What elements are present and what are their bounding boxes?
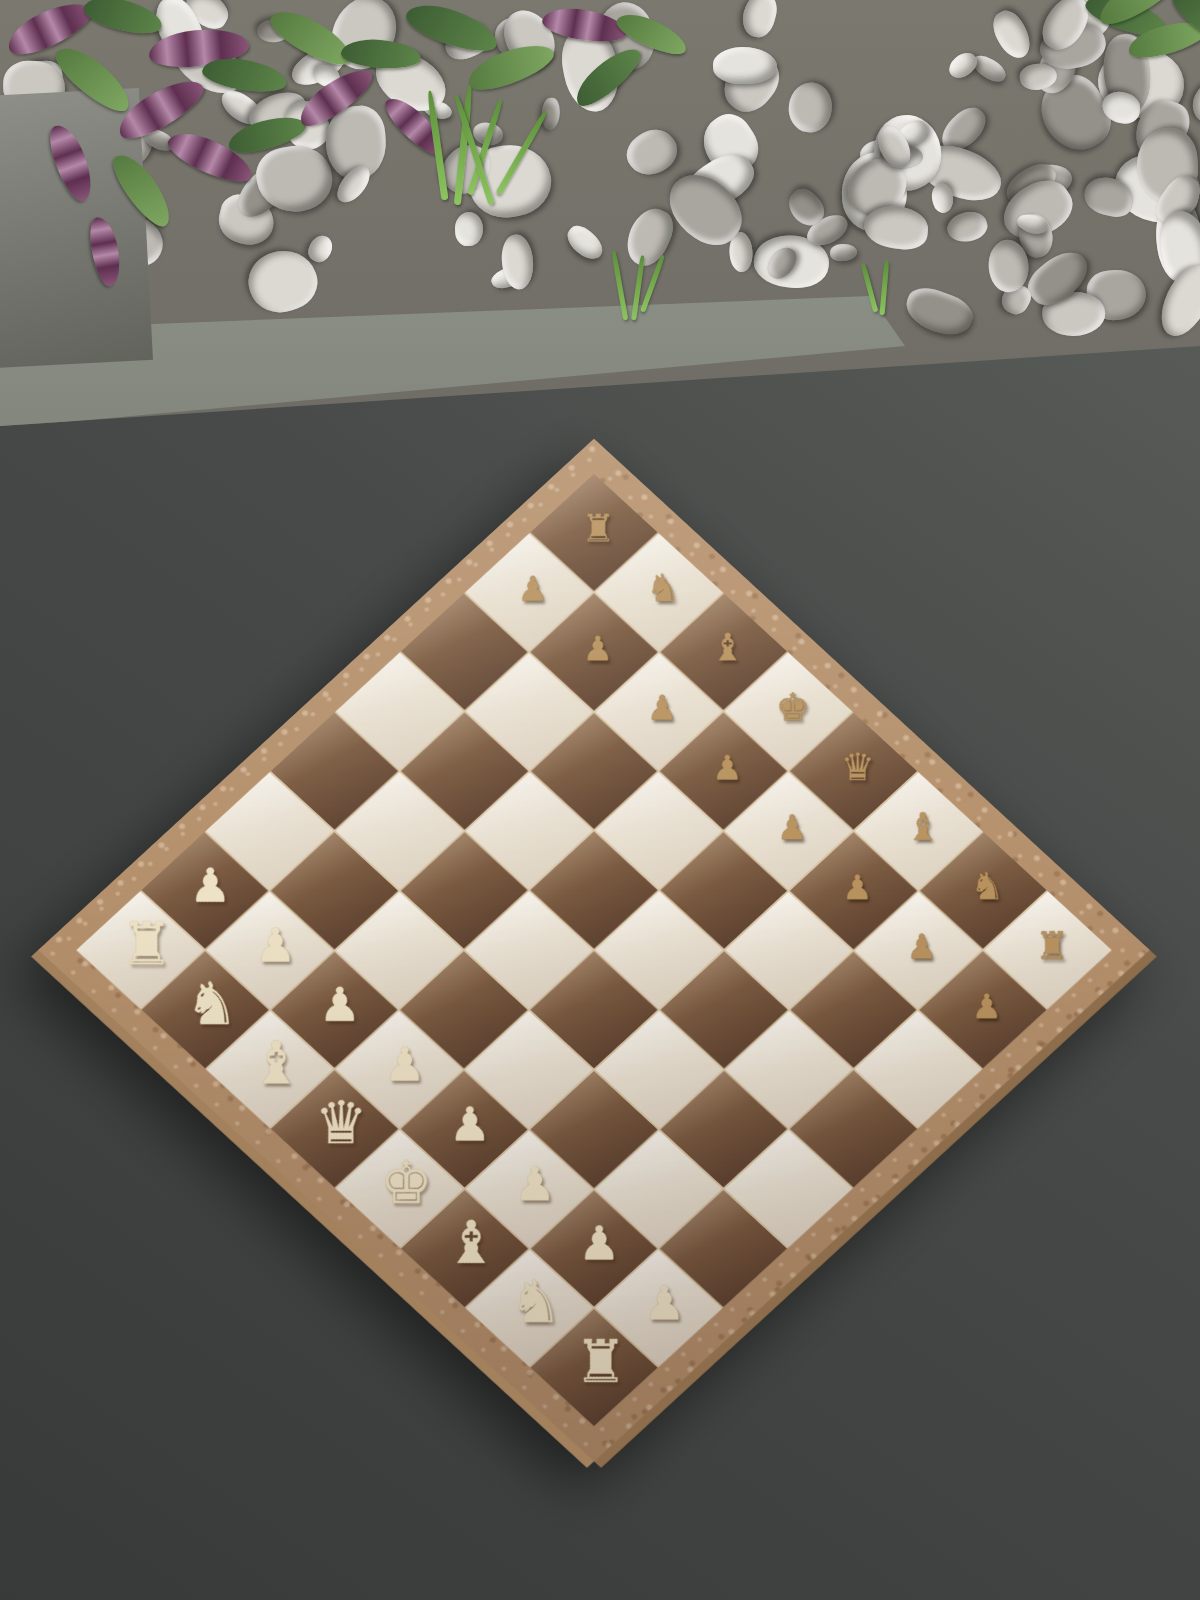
white-queen-d1[interactable]: ♛ bbox=[315, 1093, 368, 1152]
black-pawn-d7[interactable]: ♟ bbox=[712, 750, 742, 784]
white-pawn-h2[interactable]: ♟ bbox=[643, 1280, 685, 1327]
black-bishop-c8[interactable]: ♝ bbox=[711, 629, 745, 667]
black-queen-e8[interactable]: ♛ bbox=[841, 748, 875, 786]
white-pawn-g2[interactable]: ♟ bbox=[578, 1220, 620, 1267]
white-knight-b1[interactable]: ♞ bbox=[185, 974, 238, 1033]
black-knight-g8[interactable]: ♞ bbox=[971, 867, 1005, 905]
pebble bbox=[945, 48, 981, 83]
white-pawn-b2[interactable]: ♟ bbox=[254, 922, 296, 969]
white-bishop-f1[interactable]: ♝ bbox=[444, 1213, 497, 1272]
white-knight-g1[interactable]: ♞ bbox=[509, 1272, 562, 1331]
black-knight-b8[interactable]: ♞ bbox=[646, 569, 680, 607]
black-pawn-c7[interactable]: ♟ bbox=[647, 691, 677, 725]
pebble bbox=[987, 6, 1037, 64]
pebble bbox=[619, 120, 685, 184]
black-rook-h8[interactable]: ♜ bbox=[1035, 927, 1069, 965]
white-rook-h1[interactable]: ♜ bbox=[574, 1332, 627, 1391]
pebble bbox=[712, 46, 777, 85]
leaf bbox=[81, 0, 166, 40]
pebble bbox=[739, 0, 781, 40]
white-pawn-f2[interactable]: ♟ bbox=[513, 1160, 555, 1207]
photo-scene: ♜♞♝♚♛♝♞♜♟♟♟♟♟♟♟♟♟♟♟♟♟♟♟♟♜♞♝♛♚♝♞♜ bbox=[0, 0, 1200, 1600]
black-pawn-b7[interactable]: ♟ bbox=[583, 631, 613, 665]
chess-grid: ♜♞♝♚♛♝♞♜♟♟♟♟♟♟♟♟♟♟♟♟♟♟♟♟♜♞♝♛♚♝♞♜ bbox=[76, 474, 1111, 1426]
black-pawn-a7[interactable]: ♟ bbox=[518, 571, 548, 605]
pebble bbox=[453, 211, 483, 247]
black-bishop-f8[interactable]: ♝ bbox=[906, 808, 940, 846]
black-pawn-h7[interactable]: ♟ bbox=[972, 989, 1002, 1023]
pebble bbox=[786, 80, 835, 135]
white-pawn-d2[interactable]: ♟ bbox=[384, 1041, 426, 1088]
pebble bbox=[830, 243, 857, 262]
white-king-e1[interactable]: ♚ bbox=[380, 1153, 433, 1212]
chess-board: ♜♞♝♚♛♝♞♜♟♟♟♟♟♟♟♟♟♟♟♟♟♟♟♟♜♞♝♛♚♝♞♜ bbox=[38, 439, 1150, 1462]
white-pawn-e2[interactable]: ♟ bbox=[448, 1101, 490, 1148]
black-pawn-f7[interactable]: ♟ bbox=[842, 870, 872, 904]
black-rook-a8[interactable]: ♜ bbox=[581, 509, 615, 547]
pebble bbox=[305, 232, 336, 266]
black-king-d8[interactable]: ♚ bbox=[776, 688, 810, 726]
black-pawn-e7[interactable]: ♟ bbox=[777, 810, 807, 844]
white-pawn-c2[interactable]: ♟ bbox=[319, 981, 361, 1028]
pebble bbox=[944, 208, 991, 247]
black-pawn-g7[interactable]: ♟ bbox=[907, 929, 937, 963]
grass-blade bbox=[880, 260, 890, 315]
chess-board-rotor: ♜♞♝♚♛♝♞♜♟♟♟♟♟♟♟♟♟♟♟♟♟♟♟♟♜♞♝♛♚♝♞♜ bbox=[38, 439, 1150, 1462]
white-bishop-c1[interactable]: ♝ bbox=[250, 1034, 303, 1093]
pebble bbox=[619, 202, 679, 272]
pebble-garden bbox=[0, 0, 1200, 440]
white-rook-a1[interactable]: ♜ bbox=[120, 914, 173, 973]
white-pawn-a2[interactable]: ♟ bbox=[189, 862, 231, 909]
pebble bbox=[900, 282, 977, 343]
pebble bbox=[562, 221, 608, 265]
